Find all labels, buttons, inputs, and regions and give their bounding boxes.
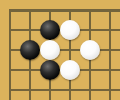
white-stone[interactable] (60, 60, 80, 80)
board-top-edge-line (9, 9, 120, 12)
go-board[interactable] (0, 0, 120, 100)
black-stone[interactable] (20, 40, 40, 60)
black-stone[interactable] (40, 20, 60, 40)
grid-line-vertical (9, 9, 11, 100)
black-stone[interactable] (40, 60, 60, 80)
white-stone[interactable] (40, 40, 60, 60)
grid-line-horizontal (9, 89, 120, 91)
white-stone[interactable] (60, 20, 80, 40)
white-stone[interactable] (80, 40, 100, 60)
grid-line-vertical (109, 9, 111, 100)
